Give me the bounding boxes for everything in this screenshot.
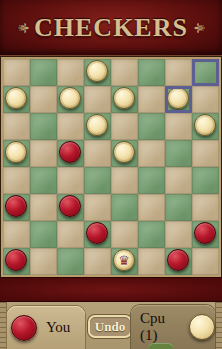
player-you-panel: You — [7, 306, 85, 349]
board-square[interactable] — [84, 113, 111, 140]
board-square[interactable] — [165, 113, 192, 140]
board: ♛ — [1, 57, 221, 277]
board-square[interactable] — [84, 86, 111, 113]
player-you-label: You — [46, 319, 70, 336]
board-square[interactable] — [165, 167, 192, 194]
fleur-ornament-right-icon: ⚜ — [191, 21, 209, 34]
red-piece[interactable] — [5, 249, 27, 271]
board-square[interactable] — [165, 194, 192, 221]
board-square[interactable] — [192, 248, 219, 275]
red-piece[interactable] — [59, 141, 81, 163]
board-square[interactable] — [138, 59, 165, 86]
board-square[interactable] — [84, 167, 111, 194]
board-square[interactable] — [57, 140, 84, 167]
board-square[interactable] — [111, 140, 138, 167]
board-square[interactable] — [84, 59, 111, 86]
board-square[interactable] — [30, 140, 57, 167]
board-square[interactable] — [138, 194, 165, 221]
board-square[interactable] — [3, 167, 30, 194]
cream-king-piece[interactable]: ♛ — [113, 249, 135, 271]
board-square[interactable] — [111, 221, 138, 248]
board-square[interactable] — [3, 113, 30, 140]
board-square[interactable] — [192, 140, 219, 167]
cream-piece[interactable] — [5, 141, 27, 163]
board-square[interactable] — [3, 194, 30, 221]
board-square[interactable] — [138, 140, 165, 167]
board-square[interactable] — [111, 113, 138, 140]
cream-piece[interactable] — [5, 87, 27, 109]
board-square[interactable] — [30, 167, 57, 194]
board-square[interactable] — [192, 59, 219, 86]
status-bar: You Undo Cpu (1) — [0, 302, 222, 349]
board-square[interactable] — [3, 86, 30, 113]
board-square[interactable] — [165, 86, 192, 113]
board-square[interactable] — [138, 221, 165, 248]
player-cpu-label: Cpu (1) — [140, 310, 184, 344]
board-square[interactable] — [192, 167, 219, 194]
board-square[interactable] — [3, 59, 30, 86]
cream-piece[interactable] — [86, 60, 108, 82]
board-square[interactable] — [30, 248, 57, 275]
player-cpu-panel: Cpu (1) — [131, 305, 215, 349]
board-square[interactable] — [57, 194, 84, 221]
board-square[interactable] — [192, 86, 219, 113]
leaf-decoration — [148, 343, 174, 349]
board-square[interactable] — [57, 248, 84, 275]
red-piece[interactable] — [167, 249, 189, 271]
board-square[interactable] — [84, 140, 111, 167]
board-square[interactable] — [138, 167, 165, 194]
board-square[interactable] — [165, 140, 192, 167]
board-frame: ♛ — [0, 55, 222, 277]
decorative-rail-right — [215, 302, 222, 349]
divider-strip — [0, 277, 222, 302]
decorative-rail-left — [0, 302, 7, 349]
board-square[interactable] — [111, 194, 138, 221]
board-square[interactable] — [192, 113, 219, 140]
cream-piece[interactable] — [113, 87, 135, 109]
board-square[interactable] — [84, 221, 111, 248]
red-piece[interactable] — [59, 195, 81, 217]
board-square[interactable] — [111, 59, 138, 86]
title-bar: ⚜ CHECKERS ⚜ — [0, 0, 222, 55]
cream-player-disc — [189, 314, 215, 340]
board-square[interactable] — [57, 86, 84, 113]
cream-piece[interactable] — [86, 114, 108, 136]
checkers-app: ⚜ CHECKERS ⚜ ♛ You Undo Cpu (1) — [0, 0, 222, 349]
board-square[interactable] — [3, 248, 30, 275]
board-square[interactable] — [57, 221, 84, 248]
board-square[interactable] — [30, 86, 57, 113]
board-square[interactable] — [30, 113, 57, 140]
board-square[interactable] — [57, 167, 84, 194]
board-square[interactable] — [138, 113, 165, 140]
red-player-disc — [11, 315, 37, 341]
board-square[interactable] — [111, 86, 138, 113]
board-square[interactable] — [30, 194, 57, 221]
board-square[interactable]: ♛ — [111, 248, 138, 275]
board-square[interactable] — [165, 221, 192, 248]
board-square[interactable] — [138, 248, 165, 275]
board-square[interactable] — [3, 140, 30, 167]
red-piece[interactable] — [5, 195, 27, 217]
app-title: CHECKERS — [34, 13, 188, 43]
cream-piece[interactable] — [113, 141, 135, 163]
board-square[interactable] — [84, 248, 111, 275]
board-square[interactable] — [192, 221, 219, 248]
board-square[interactable] — [57, 59, 84, 86]
red-piece[interactable] — [194, 222, 216, 244]
board-square[interactable] — [57, 113, 84, 140]
board-square[interactable] — [165, 59, 192, 86]
board-square[interactable] — [192, 194, 219, 221]
undo-button[interactable]: Undo — [88, 315, 132, 338]
board-square[interactable] — [111, 167, 138, 194]
cream-piece[interactable] — [194, 114, 216, 136]
board-square[interactable] — [84, 194, 111, 221]
board-square[interactable] — [138, 86, 165, 113]
cream-piece[interactable] — [167, 87, 189, 109]
cream-piece[interactable] — [59, 87, 81, 109]
board-square[interactable] — [30, 221, 57, 248]
board-square[interactable] — [3, 221, 30, 248]
board-square[interactable] — [30, 59, 57, 86]
red-piece[interactable] — [86, 222, 108, 244]
board-square[interactable] — [165, 248, 192, 275]
fleur-ornament-left-icon: ⚜ — [13, 21, 31, 34]
